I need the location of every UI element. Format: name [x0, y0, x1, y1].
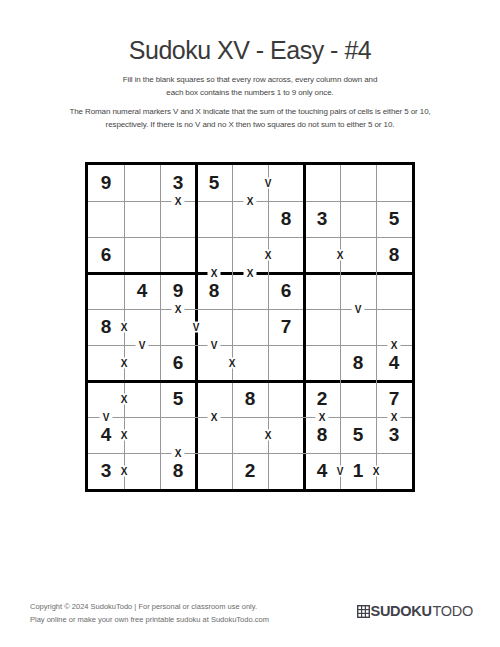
xv-marker-v: V [262, 178, 275, 189]
cell-r6c3: 6 [160, 345, 196, 381]
xv-marker-v: V [100, 412, 113, 423]
cell-r4c6: 6 [268, 273, 304, 309]
cell-r1c8[interactable] [340, 165, 376, 201]
xv-marker-x: X [262, 430, 275, 441]
rules-line-2: respectively. If there is no V and no X … [106, 120, 395, 129]
cell-r3c9: 8 [376, 237, 412, 273]
cell-r4c7[interactable] [304, 273, 340, 309]
xv-marker-x: X [118, 466, 131, 477]
xv-marker-v: V [352, 304, 365, 315]
xv-marker-x: X [370, 466, 383, 477]
cell-r1c7[interactable] [304, 165, 340, 201]
cell-r7c6[interactable] [268, 381, 304, 417]
cell-r9c6[interactable] [268, 453, 304, 489]
cell-r4c2: 4 [124, 273, 160, 309]
xv-marker-x: X [172, 448, 185, 459]
xv-marker-x: X [334, 250, 347, 261]
xv-marker-v: V [208, 340, 221, 351]
xv-marker-x: X [208, 268, 221, 279]
cell-r4c1[interactable] [88, 273, 124, 309]
cell-r7c3: 5 [160, 381, 196, 417]
footer: Copyright © 2024 SudokuTodo | For person… [30, 600, 269, 626]
xv-marker-x: X [226, 358, 239, 369]
page: Sudoku XV - Easy - #4 Fill in the blank … [0, 0, 500, 647]
xv-marker-v: V [190, 322, 203, 333]
cell-r1c9[interactable] [376, 165, 412, 201]
page-title: Sudoku XV - Easy - #4 [0, 36, 500, 65]
xv-marker-x: X [208, 412, 221, 423]
logo-text-todo: TODO [433, 603, 473, 619]
xv-marker-x: X [118, 358, 131, 369]
cell-r6c8: 8 [340, 345, 376, 381]
xv-marker-x: X [316, 412, 329, 423]
instructions-line-2: each box contains the numbers 1 to 9 onl… [166, 88, 333, 97]
cell-r3c2[interactable] [124, 237, 160, 273]
rules: The Roman numeral markers V and X indica… [0, 105, 500, 131]
cell-r2c6: 8 [268, 201, 304, 237]
cell-r1c4: 5 [196, 165, 232, 201]
xv-marker-v: V [334, 466, 347, 477]
rules-line-1: The Roman numeral markers V and X indica… [69, 107, 430, 116]
cell-r7c5: 8 [232, 381, 268, 417]
xv-marker-x: X [118, 430, 131, 441]
cell-r1c2[interactable] [124, 165, 160, 201]
cell-r7c8[interactable] [340, 381, 376, 417]
cell-r5c6: 7 [268, 309, 304, 345]
grid-icon [357, 605, 370, 618]
instructions-line-1: Fill in the blank squares so that every … [123, 75, 378, 84]
xv-marker-x: X [388, 340, 401, 351]
xv-marker-x: X [244, 196, 257, 207]
logo-text-sudoku: SUDOKU [371, 603, 432, 619]
cell-r2c8[interactable] [340, 201, 376, 237]
xv-marker-x: X [118, 322, 131, 333]
xv-marker-x: X [388, 412, 401, 423]
xv-marker-x: X [172, 304, 185, 315]
cell-r1c1: 9 [88, 165, 124, 201]
cell-r2c4[interactable] [196, 201, 232, 237]
cell-r3c3[interactable] [160, 237, 196, 273]
cell-r5c7[interactable] [304, 309, 340, 345]
cell-r8c8: 5 [340, 417, 376, 453]
cell-r2c7: 3 [304, 201, 340, 237]
cell-r3c1: 6 [88, 237, 124, 273]
xv-marker-x: X [118, 394, 131, 405]
cell-r5c5[interactable] [232, 309, 268, 345]
cell-r2c2[interactable] [124, 201, 160, 237]
xv-marker-x: X [262, 250, 275, 261]
xv-marker-v: V [136, 340, 149, 351]
cell-r2c1[interactable] [88, 201, 124, 237]
copyright-line: Copyright © 2024 SudokuTodo | For person… [30, 600, 269, 613]
cell-r2c9: 5 [376, 201, 412, 237]
sudoku-grid: 935835684986876845827485338241XXXXXVVVXV… [85, 162, 415, 492]
cell-r4c9[interactable] [376, 273, 412, 309]
xv-marker-x: X [172, 196, 185, 207]
cell-r9c4[interactable] [196, 453, 232, 489]
xv-marker-x: X [244, 268, 257, 279]
cell-r6c6[interactable] [268, 345, 304, 381]
footer-link-line: Play online or make your own free printa… [30, 613, 269, 626]
sudokutodo-logo: SUDOKUTODO [357, 603, 473, 619]
cell-r9c5: 2 [232, 453, 268, 489]
cell-r6c7[interactable] [304, 345, 340, 381]
instructions: Fill in the blank squares so that every … [0, 73, 500, 99]
